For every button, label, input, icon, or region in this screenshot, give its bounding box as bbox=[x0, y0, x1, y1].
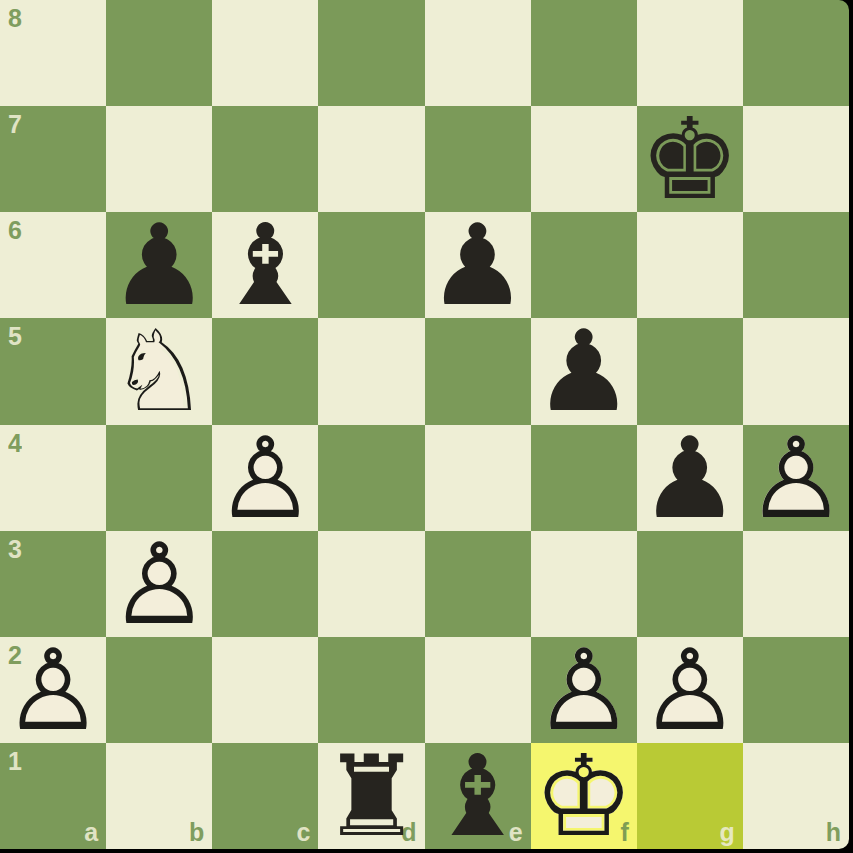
square-d4[interactable] bbox=[318, 425, 424, 531]
black-bishop-piece[interactable]: ♝ bbox=[425, 743, 531, 849]
file-label-a: a bbox=[84, 820, 98, 845]
rank-label-6: 6 bbox=[8, 218, 22, 243]
square-c2[interactable] bbox=[212, 637, 318, 743]
square-b8[interactable] bbox=[106, 0, 212, 106]
square-a4[interactable]: 4 bbox=[0, 425, 106, 531]
square-b2[interactable] bbox=[106, 637, 212, 743]
square-a8[interactable]: 8 bbox=[0, 0, 106, 106]
white-pawn-piece[interactable]: ♟♙ bbox=[0, 637, 106, 743]
square-h4[interactable]: ♟♙ bbox=[743, 425, 849, 531]
black-king-glyph: ♚ bbox=[637, 106, 743, 212]
file-label-b: b bbox=[189, 820, 204, 845]
rank-label-7: 7 bbox=[8, 112, 22, 137]
board-edge: 87♚6♟♝♟5♞♘♟4♟♙♟♟♙3♟♙2♟♙♟♙♟♙1abcd♜e♝f♚♔gh bbox=[0, 0, 853, 853]
square-a2[interactable]: 2♟♙ bbox=[0, 637, 106, 743]
square-a5[interactable]: 5 bbox=[0, 318, 106, 424]
square-f2[interactable]: ♟♙ bbox=[531, 637, 637, 743]
white-knight-piece[interactable]: ♞♘ bbox=[106, 318, 212, 424]
square-d2[interactable] bbox=[318, 637, 424, 743]
rank-label-3: 3 bbox=[8, 537, 22, 562]
square-f5[interactable]: ♟ bbox=[531, 318, 637, 424]
white-pawn-outline-glyph: ♙ bbox=[743, 425, 849, 531]
square-c5[interactable] bbox=[212, 318, 318, 424]
square-c8[interactable] bbox=[212, 0, 318, 106]
square-f6[interactable] bbox=[531, 212, 637, 318]
square-e1[interactable]: e♝ bbox=[425, 743, 531, 849]
white-king-piece[interactable]: ♚♔ bbox=[531, 743, 637, 849]
square-h6[interactable] bbox=[743, 212, 849, 318]
black-pawn-glyph: ♟ bbox=[425, 212, 531, 318]
square-e8[interactable] bbox=[425, 0, 531, 106]
square-g2[interactable]: ♟♙ bbox=[637, 637, 743, 743]
black-pawn-glyph: ♟ bbox=[531, 318, 637, 424]
square-c4[interactable]: ♟♙ bbox=[212, 425, 318, 531]
square-f7[interactable] bbox=[531, 106, 637, 212]
black-pawn-piece[interactable]: ♟ bbox=[106, 212, 212, 318]
square-c6[interactable]: ♝ bbox=[212, 212, 318, 318]
square-a6[interactable]: 6 bbox=[0, 212, 106, 318]
rank-label-1: 1 bbox=[8, 749, 22, 774]
square-e6[interactable]: ♟ bbox=[425, 212, 531, 318]
square-d8[interactable] bbox=[318, 0, 424, 106]
rank-label-8: 8 bbox=[8, 6, 22, 31]
square-g7[interactable]: ♚ bbox=[637, 106, 743, 212]
square-d1[interactable]: d♜ bbox=[318, 743, 424, 849]
white-pawn-outline-glyph: ♙ bbox=[0, 637, 106, 743]
white-pawn-outline-glyph: ♙ bbox=[106, 531, 212, 637]
white-pawn-piece[interactable]: ♟♙ bbox=[637, 637, 743, 743]
square-e4[interactable] bbox=[425, 425, 531, 531]
square-e5[interactable] bbox=[425, 318, 531, 424]
square-f8[interactable] bbox=[531, 0, 637, 106]
black-rook-piece[interactable]: ♜ bbox=[318, 743, 424, 849]
file-label-c: c bbox=[296, 820, 310, 845]
square-c1[interactable]: c bbox=[212, 743, 318, 849]
rank-label-4: 4 bbox=[8, 431, 22, 456]
square-d5[interactable] bbox=[318, 318, 424, 424]
white-pawn-outline-glyph: ♙ bbox=[212, 425, 318, 531]
square-f1[interactable]: f♚♔ bbox=[531, 743, 637, 849]
square-h7[interactable] bbox=[743, 106, 849, 212]
square-g5[interactable] bbox=[637, 318, 743, 424]
square-b1[interactable]: b bbox=[106, 743, 212, 849]
white-pawn-piece[interactable]: ♟♙ bbox=[531, 637, 637, 743]
black-king-piece[interactable]: ♚ bbox=[637, 106, 743, 212]
square-h2[interactable] bbox=[743, 637, 849, 743]
square-e3[interactable] bbox=[425, 531, 531, 637]
square-h5[interactable] bbox=[743, 318, 849, 424]
square-a3[interactable]: 3 bbox=[0, 531, 106, 637]
white-pawn-piece[interactable]: ♟♙ bbox=[106, 531, 212, 637]
square-g3[interactable] bbox=[637, 531, 743, 637]
square-a7[interactable]: 7 bbox=[0, 106, 106, 212]
square-d7[interactable] bbox=[318, 106, 424, 212]
square-g1[interactable]: g bbox=[637, 743, 743, 849]
square-b6[interactable]: ♟ bbox=[106, 212, 212, 318]
white-pawn-outline-glyph: ♙ bbox=[637, 637, 743, 743]
black-bishop-glyph: ♝ bbox=[425, 743, 531, 849]
square-f3[interactable] bbox=[531, 531, 637, 637]
chess-board: 87♚6♟♝♟5♞♘♟4♟♙♟♟♙3♟♙2♟♙♟♙♟♙1abcd♜e♝f♚♔gh bbox=[0, 0, 849, 849]
square-c3[interactable] bbox=[212, 531, 318, 637]
white-king-outline-glyph: ♔ bbox=[531, 743, 637, 849]
black-pawn-piece[interactable]: ♟ bbox=[531, 318, 637, 424]
square-b5[interactable]: ♞♘ bbox=[106, 318, 212, 424]
square-g8[interactable] bbox=[637, 0, 743, 106]
square-g6[interactable] bbox=[637, 212, 743, 318]
square-d6[interactable] bbox=[318, 212, 424, 318]
square-a1[interactable]: 1a bbox=[0, 743, 106, 849]
file-label-g: g bbox=[720, 820, 735, 845]
square-b3[interactable]: ♟♙ bbox=[106, 531, 212, 637]
black-rook-glyph: ♜ bbox=[318, 743, 424, 849]
square-d3[interactable] bbox=[318, 531, 424, 637]
square-f4[interactable] bbox=[531, 425, 637, 531]
black-bishop-glyph: ♝ bbox=[212, 212, 318, 318]
square-e2[interactable] bbox=[425, 637, 531, 743]
black-bishop-piece[interactable]: ♝ bbox=[212, 212, 318, 318]
black-pawn-glyph: ♟ bbox=[106, 212, 212, 318]
white-pawn-piece[interactable]: ♟♙ bbox=[743, 425, 849, 531]
white-knight-outline-glyph: ♘ bbox=[106, 318, 212, 424]
square-c7[interactable] bbox=[212, 106, 318, 212]
square-h8[interactable] bbox=[743, 0, 849, 106]
black-pawn-piece[interactable]: ♟ bbox=[637, 425, 743, 531]
square-g4[interactable]: ♟ bbox=[637, 425, 743, 531]
black-pawn-glyph: ♟ bbox=[637, 425, 743, 531]
rank-label-5: 5 bbox=[8, 324, 22, 349]
black-pawn-piece[interactable]: ♟ bbox=[425, 212, 531, 318]
square-h1[interactable]: h bbox=[743, 743, 849, 849]
white-pawn-piece[interactable]: ♟♙ bbox=[212, 425, 318, 531]
file-label-h: h bbox=[826, 820, 841, 845]
square-b7[interactable] bbox=[106, 106, 212, 212]
square-e7[interactable] bbox=[425, 106, 531, 212]
square-h3[interactable] bbox=[743, 531, 849, 637]
square-b4[interactable] bbox=[106, 425, 212, 531]
white-pawn-outline-glyph: ♙ bbox=[531, 637, 637, 743]
